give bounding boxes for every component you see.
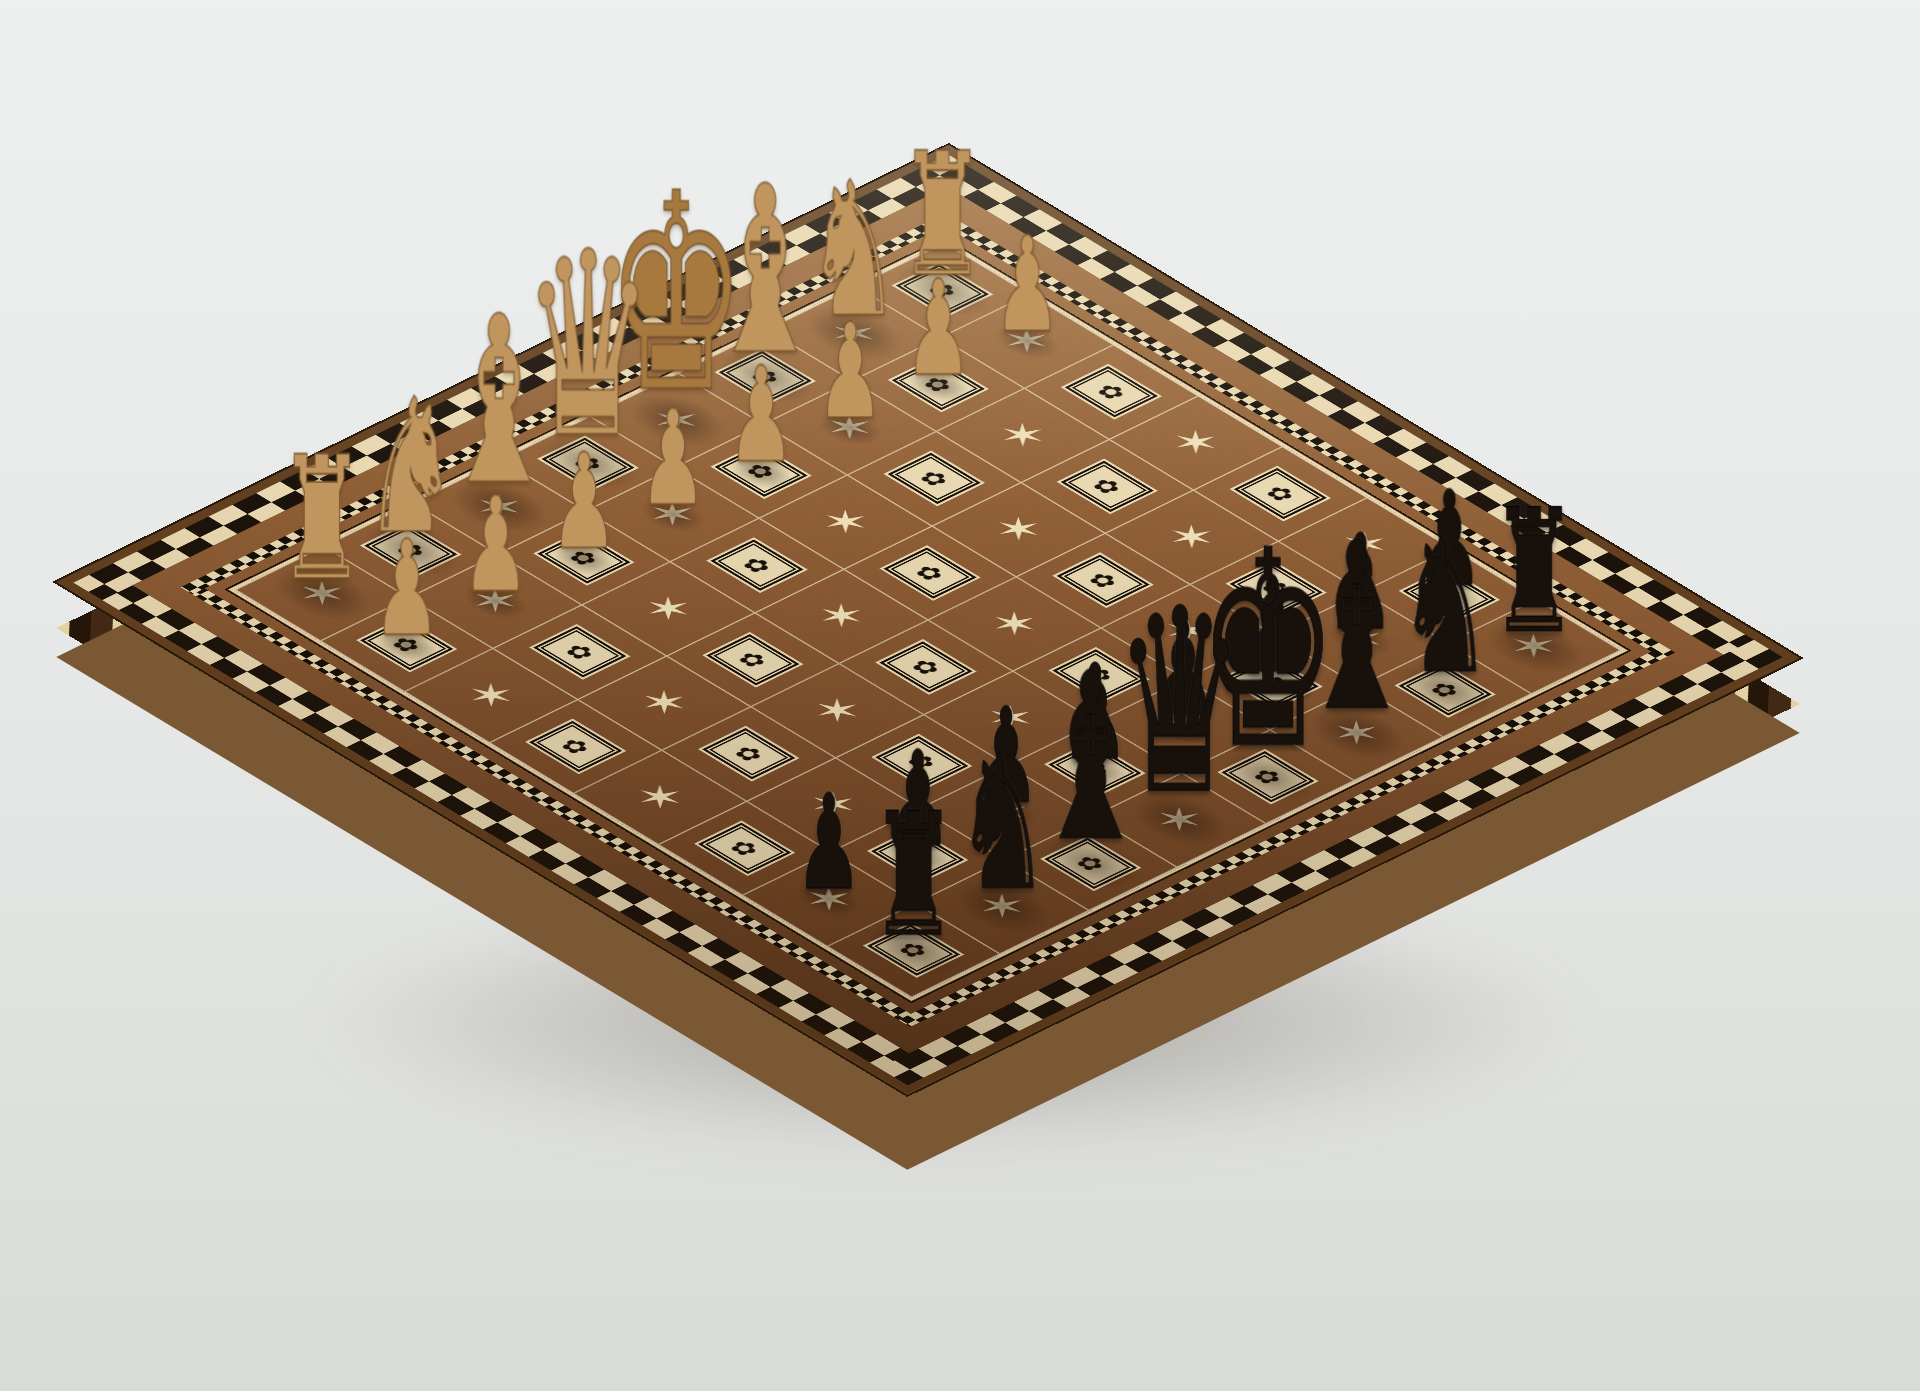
white-pawn-glyph: ♟ — [373, 523, 441, 655]
floral-inlay-icon: ✿ — [533, 626, 626, 677]
white-pawn-glyph: ♟ — [904, 263, 972, 395]
star-inlay-icon: ✶ — [998, 419, 1047, 452]
star-inlay-icon: ✶ — [644, 592, 693, 625]
black-knight-glyph: ♞ — [954, 731, 1050, 917]
floral-inlay-icon: ✿ — [702, 728, 795, 779]
black-pawn-glyph: ♟ — [795, 777, 863, 909]
floral-inlay-icon: ✿ — [888, 453, 981, 504]
photo-backdrop: { "game": "chess", "description": "Overh… — [0, 0, 1920, 1391]
white-pawn-glyph: ♟ — [550, 436, 618, 568]
star-inlay-icon: ✶ — [817, 600, 866, 633]
star-inlay-icon: ✶ — [640, 687, 689, 720]
white-pawn-glyph: ♟ — [727, 349, 795, 481]
black-rook-glyph: ♜ — [1490, 486, 1578, 657]
floral-inlay-icon: ✿ — [710, 540, 803, 591]
white-pawn-glyph: ♟ — [816, 306, 884, 438]
floral-inlay-icon: ✿ — [1065, 366, 1158, 417]
white-pawn-glyph: ♟ — [461, 479, 529, 611]
black-rook-glyph: ♜ — [870, 789, 958, 960]
star-inlay-icon: ✶ — [636, 781, 685, 814]
star-inlay-icon: ✶ — [813, 694, 862, 727]
white-pawn-glyph: ♟ — [639, 393, 707, 525]
white-rook-glyph: ♜ — [278, 433, 366, 604]
floral-inlay-icon: ✿ — [879, 642, 972, 693]
